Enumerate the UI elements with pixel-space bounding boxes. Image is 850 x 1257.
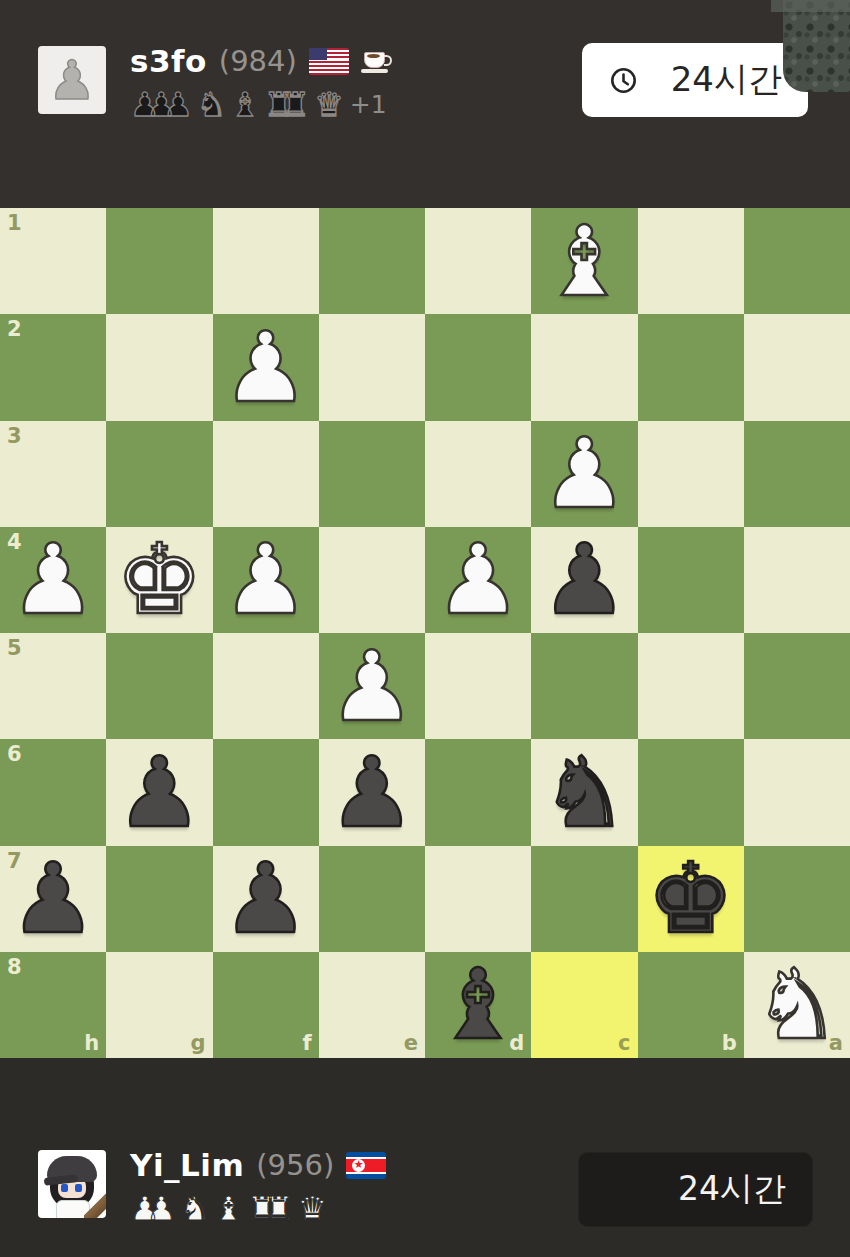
square-b4[interactable] <box>638 527 744 633</box>
player-avatar[interactable] <box>38 1150 106 1218</box>
square-e2[interactable] <box>319 314 425 420</box>
square-h6[interactable]: 6 <box>0 739 106 845</box>
opponent-info: s3fo (984) ♟♟♟♞♝♜♜♛+1 <box>130 40 391 124</box>
square-a4[interactable] <box>744 527 850 633</box>
rank-label-2: 2 <box>7 319 22 340</box>
piece-wP-f2: ♟ <box>213 314 319 420</box>
square-e7[interactable] <box>319 846 425 952</box>
square-d2[interactable] <box>425 314 531 420</box>
captured-group-rr: ♜♜ <box>264 88 314 121</box>
square-g2[interactable] <box>106 314 212 420</box>
opponent-bar: ♟ s3fo (984) ♟♟♟♞♝♜♜♛+1 24시간 <box>0 0 850 208</box>
square-c1[interactable]: ♝ <box>531 208 637 314</box>
us-flag-icon <box>309 48 349 75</box>
opponent-clock: 24시간 <box>582 43 808 117</box>
square-b8[interactable]: b <box>638 952 744 1058</box>
square-a7[interactable] <box>744 846 850 952</box>
piece-bP-h7: ♟ <box>0 846 106 952</box>
opponent-clock-time: 24시간 <box>671 57 782 103</box>
rank-label-1: 1 <box>7 213 22 234</box>
square-d4[interactable]: ♟ <box>425 527 531 633</box>
square-f6[interactable] <box>213 739 319 845</box>
square-d7[interactable] <box>425 846 531 952</box>
square-f5[interactable] <box>213 633 319 739</box>
piece-bP-g6: ♟ <box>106 739 212 845</box>
square-h3[interactable]: 3 <box>0 421 106 527</box>
player-clock: 24시간 <box>578 1152 813 1227</box>
square-e1[interactable] <box>319 208 425 314</box>
piece-bP-e6: ♟ <box>319 739 425 845</box>
captured-group-b: ♝ <box>230 88 264 121</box>
square-c7[interactable] <box>531 846 637 952</box>
square-d6[interactable] <box>425 739 531 845</box>
file-label-b: b <box>722 1033 737 1054</box>
square-f2[interactable]: ♟ <box>213 314 319 420</box>
square-f8[interactable]: f <box>213 952 319 1058</box>
square-e4[interactable] <box>319 527 425 633</box>
square-g1[interactable] <box>106 208 212 314</box>
square-d3[interactable] <box>425 421 531 527</box>
square-g8[interactable]: g <box>106 952 212 1058</box>
piece-wP-c3: ♟ <box>531 421 637 527</box>
square-a2[interactable] <box>744 314 850 420</box>
player-info: Yi_Lim (956) ♟♟♞♝♜♜♛ <box>130 1144 386 1228</box>
square-h4[interactable]: 4♟ <box>0 527 106 633</box>
square-h2[interactable]: 2 <box>0 314 106 420</box>
file-label-e: e <box>404 1033 418 1054</box>
square-a6[interactable] <box>744 739 850 845</box>
square-h8[interactable]: 8h <box>0 952 106 1058</box>
file-label-g: g <box>190 1033 205 1054</box>
square-f7[interactable]: ♟ <box>213 846 319 952</box>
square-c8[interactable]: c <box>531 952 637 1058</box>
square-f1[interactable] <box>213 208 319 314</box>
clock-icon <box>610 67 637 94</box>
square-c5[interactable] <box>531 633 637 739</box>
player-clock-time: 24시간 <box>678 1167 786 1212</box>
player-rating: (956) <box>256 1148 334 1182</box>
square-d5[interactable] <box>425 633 531 739</box>
coffee-status-icon <box>361 48 391 75</box>
square-a5[interactable] <box>744 633 850 739</box>
default-pawn-avatar-icon: ♟ <box>38 46 106 114</box>
square-c2[interactable] <box>531 314 637 420</box>
rank-label-8: 8 <box>7 957 22 978</box>
file-label-h: h <box>84 1033 99 1054</box>
chess-board: 1♝2♟3♟4♟♚♟♟♟5♟6♟♟♞7♟♟♚8hgfed♝cba♞ <box>0 208 850 1058</box>
piece-bK-b7: ♚ <box>638 846 744 952</box>
square-g7[interactable] <box>106 846 212 952</box>
piece-wP-d4: ♟ <box>425 527 531 633</box>
captured-group-pp: ♟♟ <box>130 1192 180 1225</box>
piece-wB-c1: ♝ <box>531 208 637 314</box>
square-f3[interactable] <box>213 421 319 527</box>
square-b1[interactable] <box>638 208 744 314</box>
square-c3[interactable]: ♟ <box>531 421 637 527</box>
captured-group-q: ♛ <box>314 88 348 121</box>
square-d8[interactable]: d♝ <box>425 952 531 1058</box>
captured-group-b: ♝ <box>214 1192 248 1225</box>
file-label-f: f <box>303 1033 312 1054</box>
square-e3[interactable] <box>319 421 425 527</box>
square-g3[interactable] <box>106 421 212 527</box>
player-name[interactable]: Yi_Lim <box>130 1147 244 1183</box>
square-a8[interactable]: a♞ <box>744 952 850 1058</box>
piece-bP-c4: ♟ <box>531 527 637 633</box>
square-h1[interactable]: 1 <box>0 208 106 314</box>
square-c6[interactable]: ♞ <box>531 739 637 845</box>
piece-wK-g4: ♚ <box>106 527 212 633</box>
captured-group-rr: ♜♜ <box>247 1192 297 1225</box>
square-b2[interactable] <box>638 314 744 420</box>
square-a1[interactable] <box>744 208 850 314</box>
captured-group-n: ♞ <box>197 88 231 121</box>
piece-bN-c6: ♞ <box>531 739 637 845</box>
piece-bB-d8: ♝ <box>425 952 531 1058</box>
opponent-captured-pieces: ♟♟♟♞♝♜♜♛+1 <box>130 84 391 124</box>
square-h7[interactable]: 7♟ <box>0 846 106 952</box>
square-g4[interactable]: ♚ <box>106 527 212 633</box>
piece-wP-e5: ♟ <box>319 633 425 739</box>
rank-label-3: 3 <box>7 426 22 447</box>
square-f4[interactable]: ♟ <box>213 527 319 633</box>
square-h5[interactable]: 5 <box>0 633 106 739</box>
captured-group-q: ♛ <box>298 1192 332 1225</box>
player-bar: Yi_Lim (956) ♟♟♞♝♜♜♛ 24시간 <box>0 1058 850 1257</box>
square-e6[interactable]: ♟ <box>319 739 425 845</box>
square-e8[interactable]: e <box>319 952 425 1058</box>
piece-wN-a8: ♞ <box>744 952 850 1058</box>
square-a3[interactable] <box>744 421 850 527</box>
square-b3[interactable] <box>638 421 744 527</box>
captured-group-ppp: ♟♟♟ <box>130 88 197 121</box>
square-e5[interactable]: ♟ <box>319 633 425 739</box>
captured-group-n: ♞ <box>180 1192 214 1225</box>
rank-label-5: 5 <box>7 638 22 659</box>
square-b6[interactable] <box>638 739 744 845</box>
rank-label-6: 6 <box>7 744 22 765</box>
material-advantage: +1 <box>350 90 387 119</box>
square-c4[interactable]: ♟ <box>531 527 637 633</box>
floating-video-bubble[interactable] <box>783 0 850 92</box>
square-b7[interactable]: ♚ <box>638 846 744 952</box>
file-label-c: c <box>618 1033 630 1054</box>
north-korea-flag-icon <box>346 1152 386 1179</box>
square-d1[interactable] <box>425 208 531 314</box>
square-g5[interactable] <box>106 633 212 739</box>
piece-bP-f7: ♟ <box>213 846 319 952</box>
opponent-name[interactable]: s3fo <box>130 43 207 79</box>
player-captured-pieces: ♟♟♞♝♜♜♛ <box>130 1188 386 1228</box>
piece-wP-h4: ♟ <box>0 527 106 633</box>
game-screen: ♟ s3fo (984) ♟♟♟♞♝♜♜♛+1 24시간 1♝2♟3♟4♟♚♟♟… <box>0 0 850 1257</box>
square-g6[interactable]: ♟ <box>106 739 212 845</box>
piece-wP-f4: ♟ <box>213 527 319 633</box>
opponent-avatar[interactable]: ♟ <box>38 46 106 114</box>
square-b5[interactable] <box>638 633 744 739</box>
opponent-rating: (984) <box>219 44 297 78</box>
